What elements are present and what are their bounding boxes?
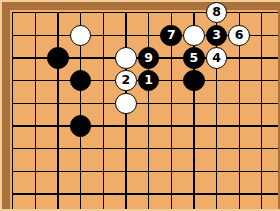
stone-black-1[interactable]: 1 [138,70,160,92]
stone-black[interactable] [70,115,92,137]
stone-white[interactable] [115,47,137,69]
stone-white-8[interactable]: 8 [206,2,228,24]
stone-black-7[interactable]: 7 [160,25,182,47]
grid-hline [12,193,278,194]
move-number: 8 [212,6,221,19]
board-edge-light-bottom [0,209,280,211]
board-edge-strip-right [278,0,280,211]
grid-vline [35,12,36,209]
move-number: 7 [167,29,176,42]
grid-vline [103,12,104,209]
stone-white-6[interactable]: 6 [228,25,250,47]
stone-black-5[interactable]: 5 [183,47,205,69]
grid-hline [12,103,278,104]
move-number: 6 [235,29,244,42]
stone-black[interactable] [183,70,205,92]
board-edge-band-left [2,2,10,211]
move-number: 3 [212,29,221,42]
move-number: 1 [144,74,153,87]
move-number: 9 [144,51,153,64]
move-number: 4 [212,51,221,64]
grid-vline [12,12,13,209]
stone-white[interactable] [183,25,205,47]
grid-hline [12,12,278,13]
grid-vline [261,12,262,209]
stone-black[interactable] [70,70,92,92]
move-number: 2 [122,74,131,87]
stone-white[interactable] [115,93,137,115]
board-edge-band-top [0,2,280,10]
board-edge-light-top [0,0,280,2]
grid-vline [57,12,58,209]
stone-white[interactable] [70,25,92,47]
stone-white-2[interactable]: 2 [115,70,137,92]
stone-white-4[interactable]: 4 [206,47,228,69]
grid-vline [148,12,149,209]
grid-hline [12,171,278,172]
stone-black-3[interactable]: 3 [206,25,228,47]
move-number: 5 [190,51,199,64]
go-board[interactable]: 123456789 [0,0,280,211]
grid-hline [12,125,278,126]
board-edge-light-left [0,0,2,211]
grid-hline [12,148,278,149]
stone-black-9[interactable]: 9 [138,47,160,69]
stone-black[interactable] [47,47,69,69]
